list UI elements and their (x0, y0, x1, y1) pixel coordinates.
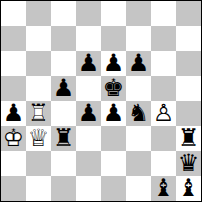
square-d2[interactable] (76, 151, 101, 176)
square-e5[interactable]: ♚ (101, 76, 126, 101)
square-c5[interactable]: ♟ (51, 76, 76, 101)
white-king-piece[interactable]: ♔ (3, 126, 25, 151)
square-a8[interactable] (1, 1, 26, 26)
black-king-piece[interactable]: ♚ (103, 76, 125, 101)
square-h8[interactable] (176, 1, 201, 26)
square-e8[interactable] (101, 1, 126, 26)
square-f8[interactable] (126, 1, 151, 26)
black-rook-piece[interactable]: ♜ (53, 126, 75, 151)
square-h7[interactable] (176, 26, 201, 51)
square-e3[interactable] (101, 126, 126, 151)
square-h3[interactable]: ♜ (176, 126, 201, 151)
square-c2[interactable] (51, 151, 76, 176)
black-pawn-piece[interactable]: ♟ (53, 76, 75, 101)
square-b1[interactable] (26, 176, 51, 201)
square-d5[interactable] (76, 76, 101, 101)
square-h1[interactable]: ♝ (176, 176, 201, 201)
black-pawn-piece[interactable]: ♟ (128, 51, 150, 76)
black-pawn-piece[interactable]: ♟ (78, 101, 100, 126)
square-c4[interactable] (51, 101, 76, 126)
square-g4[interactable]: ♙ (151, 101, 176, 126)
square-e2[interactable] (101, 151, 126, 176)
square-a2[interactable] (1, 151, 26, 176)
black-bishop-piece[interactable]: ♝ (178, 176, 200, 201)
square-a3[interactable]: ♔ (1, 126, 26, 151)
square-c6[interactable] (51, 51, 76, 76)
square-b3[interactable]: ♕ (26, 126, 51, 151)
square-c7[interactable] (51, 26, 76, 51)
square-c8[interactable] (51, 1, 76, 26)
square-d6[interactable]: ♟ (76, 51, 101, 76)
square-d1[interactable] (76, 176, 101, 201)
square-g5[interactable] (151, 76, 176, 101)
square-f7[interactable] (126, 26, 151, 51)
black-knight-piece[interactable]: ♞ (128, 101, 150, 126)
black-queen-piece[interactable]: ♛ (178, 151, 200, 176)
square-f6[interactable]: ♟ (126, 51, 151, 76)
square-h2[interactable]: ♛ (176, 151, 201, 176)
square-a5[interactable] (1, 76, 26, 101)
square-g7[interactable] (151, 26, 176, 51)
white-queen-piece[interactable]: ♕ (28, 126, 50, 151)
square-d4[interactable]: ♟ (76, 101, 101, 126)
white-pawn-piece[interactable]: ♙ (153, 101, 175, 126)
square-f4[interactable]: ♞ (126, 101, 151, 126)
square-d7[interactable] (76, 26, 101, 51)
square-a1[interactable] (1, 176, 26, 201)
black-rook-piece[interactable]: ♜ (178, 126, 200, 151)
square-f2[interactable] (126, 151, 151, 176)
chess-diagram: ♟♟♟♟♚♟♖♟♟♞♙♔♕♜♜♛♝♝ (0, 0, 202, 202)
black-pawn-piece[interactable]: ♟ (78, 51, 100, 76)
square-f1[interactable] (126, 176, 151, 201)
square-f5[interactable] (126, 76, 151, 101)
square-b2[interactable] (26, 151, 51, 176)
square-c3[interactable]: ♜ (51, 126, 76, 151)
square-f3[interactable] (126, 126, 151, 151)
square-c1[interactable] (51, 176, 76, 201)
black-pawn-piece[interactable]: ♟ (103, 51, 125, 76)
square-b5[interactable] (26, 76, 51, 101)
square-h6[interactable] (176, 51, 201, 76)
square-h4[interactable] (176, 101, 201, 126)
square-a7[interactable] (1, 26, 26, 51)
square-g1[interactable]: ♝ (151, 176, 176, 201)
square-g2[interactable] (151, 151, 176, 176)
square-e4[interactable]: ♟ (101, 101, 126, 126)
black-bishop-piece[interactable]: ♝ (153, 176, 175, 201)
square-g8[interactable] (151, 1, 176, 26)
square-e1[interactable] (101, 176, 126, 201)
square-e6[interactable]: ♟ (101, 51, 126, 76)
square-d3[interactable] (76, 126, 101, 151)
square-e7[interactable] (101, 26, 126, 51)
square-b8[interactable] (26, 1, 51, 26)
square-b6[interactable] (26, 51, 51, 76)
square-d8[interactable] (76, 1, 101, 26)
black-pawn-piece[interactable]: ♟ (3, 101, 25, 126)
square-a6[interactable] (1, 51, 26, 76)
square-b7[interactable] (26, 26, 51, 51)
square-g3[interactable] (151, 126, 176, 151)
square-b4[interactable]: ♖ (26, 101, 51, 126)
square-g6[interactable] (151, 51, 176, 76)
square-h5[interactable] (176, 76, 201, 101)
black-pawn-piece[interactable]: ♟ (103, 101, 125, 126)
white-rook-piece[interactable]: ♖ (28, 101, 50, 126)
square-a4[interactable]: ♟ (1, 101, 26, 126)
chess-board: ♟♟♟♟♚♟♖♟♟♞♙♔♕♜♜♛♝♝ (0, 0, 202, 202)
